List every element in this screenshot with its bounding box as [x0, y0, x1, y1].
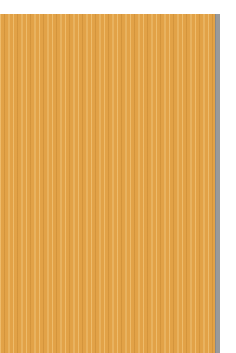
go-diagram-screenshot: [0, 0, 236, 353]
row-labels: [220, 14, 236, 353]
column-labels: [0, 0, 236, 14]
go-board[interactable]: [0, 14, 215, 353]
